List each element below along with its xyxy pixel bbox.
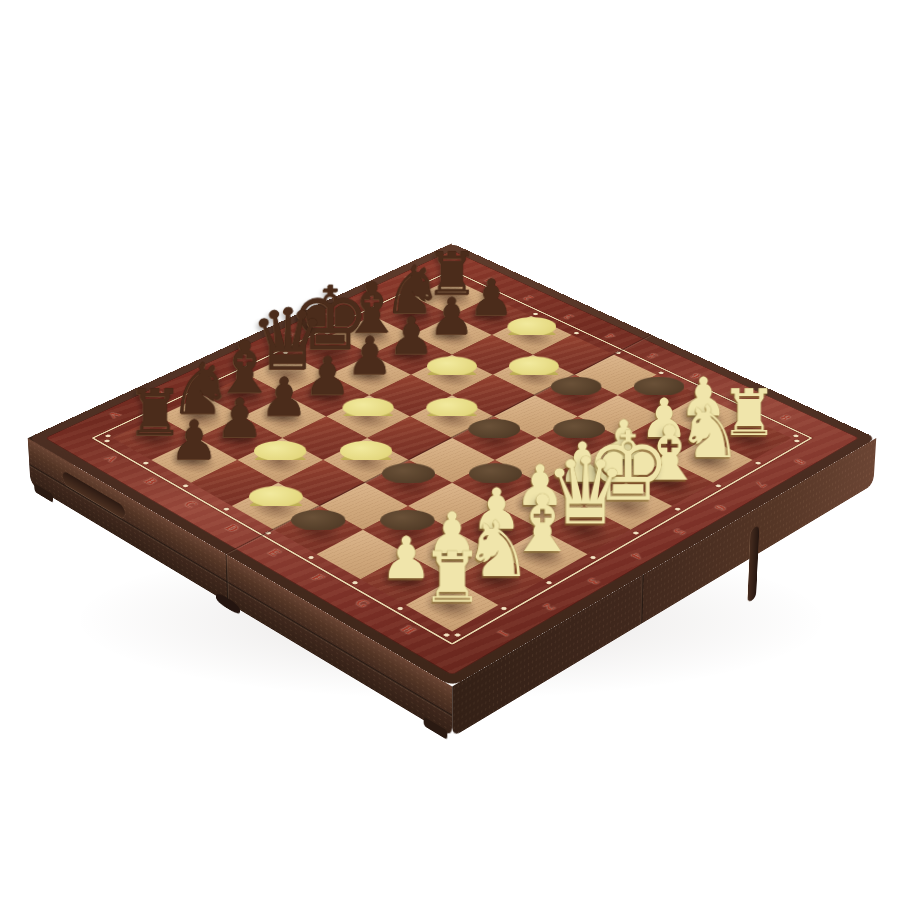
checker-top (339, 440, 392, 460)
case-latch (747, 524, 759, 603)
checker-top (342, 397, 393, 417)
corner-foot (34, 483, 53, 503)
frame-inlay-dot (492, 293, 499, 296)
checker-top (508, 356, 558, 375)
checker-top (507, 317, 556, 336)
checker-top (381, 463, 434, 483)
fold-hinge-seam (225, 553, 229, 603)
product-photo-chess-set: A1H8B2G7C3F6D4E5E5D4F6C3G7B2H8A1 ♜♟♟♜♞♟♟… (0, 0, 903, 903)
coord-number-right-4: 4 (622, 548, 650, 563)
coord-letter-bottom-C: C (177, 497, 204, 511)
piece-black-pawn-c7: ♟ (260, 371, 308, 422)
piece-black-pawn-b7: ♟ (215, 392, 263, 443)
coord-number-right-7: 7 (746, 477, 773, 491)
frame-inlay-dot (239, 371, 246, 374)
frame-inlay-dot (657, 371, 664, 374)
frame-inlay-dot (573, 331, 580, 334)
checker-top (248, 486, 302, 507)
frame-inlay-dot (532, 312, 539, 315)
case-halves-seam (640, 574, 644, 624)
coord-letter-left-A: A (101, 408, 127, 421)
frame-inlay-dot (282, 351, 289, 354)
checker-top (550, 376, 601, 396)
corner-foot (423, 716, 447, 740)
frame-inlay-dot (453, 275, 459, 278)
board-top-face: A1H8B2G7C3F6D4E5E5D4F6C3G7B2H8A1 ♜♟♟♜♞♟♟… (27, 243, 876, 686)
coord-number-top-2: 2 (516, 292, 540, 303)
coord-letter-bottom-B: B (137, 474, 164, 488)
coord-number-right-6: 6 (706, 500, 733, 515)
checker-top (253, 440, 306, 460)
piece-black-pawn-e7: ♟ (346, 331, 393, 380)
coord-letter-bottom-A: A (98, 451, 124, 465)
frame-inlay-dot (324, 331, 331, 334)
frame-inlay-dot (365, 312, 372, 315)
piece-black-pawn-a7: ♟ (169, 414, 218, 466)
piece-white-rook-a1: ♜ (420, 545, 483, 611)
piece-black-pawn-f7: ♟ (388, 311, 434, 360)
coord-number-right-5: 5 (664, 523, 691, 538)
frame-inlay-dot (405, 293, 412, 296)
coord-number-right-8: 8 (785, 454, 811, 468)
coord-number-right-2: 2 (534, 598, 563, 614)
perspective-scene: A1H8B2G7C3F6D4E5E5D4F6C3G7B2H8A1 ♜♟♟♜♞♟♟… (0, 0, 903, 903)
checker-top (468, 419, 520, 439)
checker-top (426, 356, 476, 375)
frame-inlay-dot (444, 275, 450, 278)
folding-chessboard: A1H8B2G7C3F6D4E5E5D4F6C3G7B2H8A1 ♜♟♟♜♞♟♟… (27, 243, 876, 686)
coord-number-right-3: 3 (578, 572, 606, 588)
coord-number-right-1: 1 (488, 624, 517, 641)
checker-top (426, 397, 477, 417)
piece-black-pawn-g7: ♟ (429, 292, 475, 340)
piece-black-pawn-d7: ♟ (304, 351, 351, 401)
checker-top (290, 509, 345, 530)
